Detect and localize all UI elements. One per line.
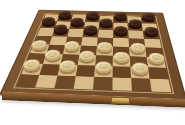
piece-top-dark: ● bbox=[84, 25, 98, 32]
board-square[interactable] bbox=[81, 37, 98, 46]
board-square[interactable] bbox=[112, 78, 132, 91]
board-square[interactable]: ◎ bbox=[78, 55, 96, 66]
board-square[interactable] bbox=[93, 77, 113, 90]
board-square[interactable] bbox=[113, 66, 132, 78]
checker-piece-light[interactable]: ◎ bbox=[79, 56, 95, 65]
piece-top-engraving: ◎ bbox=[97, 42, 111, 50]
board-square[interactable]: ◎ bbox=[94, 66, 113, 78]
piece-top-engraving: ◎ bbox=[96, 62, 112, 72]
product-photo-scene: ●●●●●●●●●●●●◎◎◎◎◎◎◎◎◎◎◎◎ bbox=[0, 0, 185, 125]
board-square[interactable] bbox=[144, 39, 161, 48]
board-square[interactable]: ◎ bbox=[130, 67, 149, 79]
checkers-board: ●●●●●●●●●●●●◎◎◎◎◎◎◎◎◎◎◎◎ bbox=[0, 10, 185, 103]
board-square[interactable]: ◎ bbox=[129, 47, 147, 57]
piece-top-engraving: ◎ bbox=[131, 43, 146, 51]
board-square[interactable] bbox=[76, 65, 95, 77]
checker-piece-light[interactable]: ◎ bbox=[114, 57, 129, 66]
board-square[interactable] bbox=[131, 78, 151, 91]
checker-piece-dark[interactable]: ● bbox=[129, 24, 142, 31]
board-square[interactable]: ◎ bbox=[57, 64, 77, 76]
board-square[interactable] bbox=[54, 76, 75, 89]
piece-top-engraving: ◎ bbox=[114, 52, 129, 61]
board-square[interactable]: ◎ bbox=[63, 45, 81, 55]
checker-piece-dark[interactable]: ● bbox=[71, 22, 84, 28]
checker-piece-light[interactable]: ◎ bbox=[23, 64, 41, 74]
board-square[interactable] bbox=[113, 38, 129, 47]
brass-clasp bbox=[111, 96, 130, 104]
checker-piece-dark[interactable]: ● bbox=[114, 31, 127, 38]
checker-piece-dark[interactable]: ● bbox=[84, 30, 98, 37]
piece-top-engraving: ◎ bbox=[132, 63, 149, 73]
checker-piece-light[interactable]: ◎ bbox=[96, 66, 112, 76]
checker-piece-dark[interactable]: ● bbox=[114, 16, 126, 22]
piece-top-engraving: ◎ bbox=[64, 41, 80, 49]
checker-piece-dark[interactable]: ● bbox=[144, 31, 158, 38]
board-square[interactable] bbox=[74, 76, 95, 89]
checker-piece-light[interactable]: ◎ bbox=[45, 55, 62, 64]
piece-top-dark: ● bbox=[142, 13, 155, 19]
piece-top-dark: ● bbox=[100, 19, 113, 25]
piece-top-dark: ● bbox=[129, 19, 142, 25]
board-square[interactable]: ◎ bbox=[96, 46, 113, 56]
checker-piece-dark[interactable]: ● bbox=[100, 23, 113, 29]
checker-piece-light[interactable]: ◎ bbox=[59, 65, 76, 75]
board-square[interactable] bbox=[16, 74, 39, 87]
piece-top-engraving: ◎ bbox=[149, 53, 166, 62]
checker-piece-dark[interactable]: ● bbox=[54, 29, 68, 36]
piece-top-dark: ● bbox=[86, 12, 99, 18]
board-grid: ●●●●●●●●●●●●◎◎◎◎◎◎◎◎◎◎◎◎ bbox=[16, 14, 171, 92]
checker-piece-light[interactable]: ◎ bbox=[97, 47, 111, 55]
piece-top-dark: ● bbox=[114, 26, 127, 33]
checker-piece-dark[interactable]: ● bbox=[58, 15, 71, 21]
piece-top-dark: ● bbox=[115, 12, 127, 18]
piece-top-dark: ● bbox=[70, 18, 83, 24]
board-square[interactable]: ● bbox=[83, 29, 99, 37]
board-square[interactable] bbox=[148, 67, 168, 79]
board-square[interactable] bbox=[150, 79, 172, 92]
checker-piece-dark[interactable]: ● bbox=[86, 16, 98, 22]
checker-piece-light[interactable]: ◎ bbox=[130, 48, 145, 56]
piece-top-engraving: ◎ bbox=[79, 51, 95, 60]
checker-piece-dark[interactable]: ● bbox=[142, 17, 155, 23]
checker-piece-light[interactable]: ◎ bbox=[148, 58, 164, 67]
board-square[interactable]: ◎ bbox=[147, 57, 166, 68]
board-square[interactable]: ◎ bbox=[113, 56, 131, 67]
checker-piece-light[interactable]: ◎ bbox=[64, 46, 79, 54]
checker-piece-light[interactable]: ◎ bbox=[132, 68, 148, 78]
piece-top-dark: ● bbox=[145, 27, 159, 34]
piece-top-engraving: ◎ bbox=[59, 60, 76, 70]
